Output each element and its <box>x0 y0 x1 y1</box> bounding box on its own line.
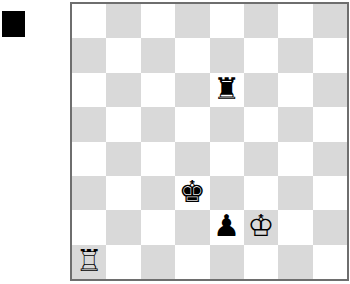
square-d4[interactable] <box>175 142 209 176</box>
square-e6[interactable]: ♜ <box>210 73 244 107</box>
square-a6[interactable] <box>72 73 106 107</box>
black-to-move-indicator <box>2 11 25 37</box>
square-h5[interactable] <box>313 107 347 141</box>
square-f7[interactable] <box>244 38 278 72</box>
square-d2[interactable] <box>175 210 209 244</box>
square-g8[interactable] <box>278 4 312 38</box>
square-c8[interactable] <box>141 4 175 38</box>
square-f4[interactable] <box>244 142 278 176</box>
square-e1[interactable] <box>210 245 244 279</box>
square-f8[interactable] <box>244 4 278 38</box>
chess-diagram: ♜♚♟♔♖ <box>0 0 350 284</box>
square-e2[interactable]: ♟ <box>210 210 244 244</box>
square-h6[interactable] <box>313 73 347 107</box>
square-g2[interactable] <box>278 210 312 244</box>
square-g3[interactable] <box>278 176 312 210</box>
square-a1[interactable]: ♖ <box>72 245 106 279</box>
square-c5[interactable] <box>141 107 175 141</box>
square-c4[interactable] <box>141 142 175 176</box>
square-h1[interactable] <box>313 245 347 279</box>
square-f2[interactable]: ♔ <box>244 210 278 244</box>
square-c2[interactable] <box>141 210 175 244</box>
square-c3[interactable] <box>141 176 175 210</box>
square-g6[interactable] <box>278 73 312 107</box>
square-a7[interactable] <box>72 38 106 72</box>
square-b7[interactable] <box>106 38 140 72</box>
black-pawn[interactable]: ♟ <box>213 211 240 241</box>
square-h7[interactable] <box>313 38 347 72</box>
square-a2[interactable] <box>72 210 106 244</box>
square-b5[interactable] <box>106 107 140 141</box>
square-d3[interactable]: ♚ <box>175 176 209 210</box>
square-e8[interactable] <box>210 4 244 38</box>
square-f1[interactable] <box>244 245 278 279</box>
white-rook[interactable]: ♖ <box>76 246 103 276</box>
square-b3[interactable] <box>106 176 140 210</box>
square-h8[interactable] <box>313 4 347 38</box>
black-rook[interactable]: ♜ <box>213 74 240 104</box>
square-b4[interactable] <box>106 142 140 176</box>
square-c7[interactable] <box>141 38 175 72</box>
square-d8[interactable] <box>175 4 209 38</box>
square-h3[interactable] <box>313 176 347 210</box>
square-d7[interactable] <box>175 38 209 72</box>
square-e4[interactable] <box>210 142 244 176</box>
square-a8[interactable] <box>72 4 106 38</box>
square-d1[interactable] <box>175 245 209 279</box>
square-f3[interactable] <box>244 176 278 210</box>
square-e7[interactable] <box>210 38 244 72</box>
square-h2[interactable] <box>313 210 347 244</box>
square-g4[interactable] <box>278 142 312 176</box>
square-b2[interactable] <box>106 210 140 244</box>
chess-board: ♜♚♟♔♖ <box>70 2 349 281</box>
square-c1[interactable] <box>141 245 175 279</box>
square-a5[interactable] <box>72 107 106 141</box>
square-f6[interactable] <box>244 73 278 107</box>
white-king[interactable]: ♔ <box>248 211 275 241</box>
square-d5[interactable] <box>175 107 209 141</box>
square-g5[interactable] <box>278 107 312 141</box>
square-b1[interactable] <box>106 245 140 279</box>
square-e3[interactable] <box>210 176 244 210</box>
square-e5[interactable] <box>210 107 244 141</box>
square-a4[interactable] <box>72 142 106 176</box>
square-b8[interactable] <box>106 4 140 38</box>
square-f5[interactable] <box>244 107 278 141</box>
square-g7[interactable] <box>278 38 312 72</box>
square-h4[interactable] <box>313 142 347 176</box>
square-b6[interactable] <box>106 73 140 107</box>
square-d6[interactable] <box>175 73 209 107</box>
square-a3[interactable] <box>72 176 106 210</box>
black-king[interactable]: ♚ <box>179 177 206 207</box>
square-g1[interactable] <box>278 245 312 279</box>
square-c6[interactable] <box>141 73 175 107</box>
